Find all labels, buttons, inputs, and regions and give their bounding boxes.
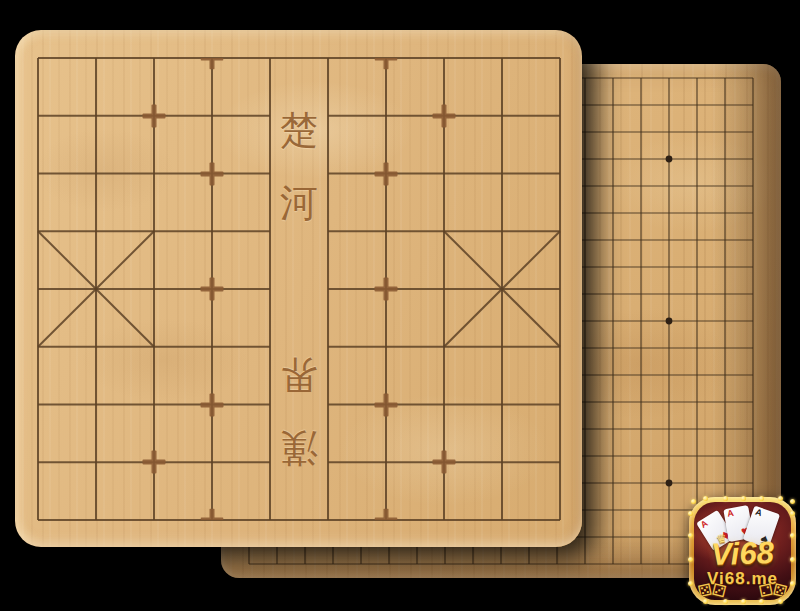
bulb-light-icon [790, 581, 795, 586]
river-char-jie: 界 [280, 356, 318, 394]
bulb-light-icon [691, 499, 696, 504]
point-marker [433, 104, 456, 127]
point-marker [201, 162, 224, 185]
bulb-light-icon [703, 496, 708, 501]
point-marker [201, 278, 224, 301]
dice-icon-right: ⚁⚄ [759, 583, 787, 599]
star-point [666, 156, 673, 163]
point-marker [201, 393, 224, 416]
point-marker [375, 278, 398, 301]
card-rank: A [726, 509, 734, 519]
point-marker [143, 451, 166, 474]
bulb-light-icon [790, 533, 795, 538]
product-photo: 楚 河 界 漢 A ♦ A ♥ A ♠ ♛ Vi68 [0, 0, 800, 611]
point-marker [375, 162, 398, 185]
bulb-light-icon [790, 511, 795, 516]
river-char-chu: 楚 [280, 111, 318, 149]
vi68-logo-background: A ♦ A ♥ A ♠ ♛ Vi68 Vi68.me ⚄⚂ ⚁⚄ [694, 502, 791, 600]
river-char-he: 河 [280, 184, 318, 222]
point-marker [375, 393, 398, 416]
bulb-light-icon [790, 557, 795, 562]
bulb-light-icon [759, 496, 764, 501]
bulb-light-icon [790, 499, 795, 504]
vi68-logo[interactable]: A ♦ A ♥ A ♠ ♛ Vi68 Vi68.me ⚄⚂ ⚁⚄ [689, 497, 796, 605]
bulb-light-icon [741, 496, 746, 501]
die-face-icon: ⚂ [710, 582, 727, 600]
bulb-light-icon [759, 599, 764, 604]
bulb-light-icon [688, 581, 693, 586]
bulb-light-icon [688, 511, 693, 516]
bulb-light-icon [703, 599, 708, 604]
card-rank: A [754, 508, 763, 519]
point-marker [433, 451, 456, 474]
die-face-icon: ⚄ [771, 582, 788, 600]
bulb-light-icon [741, 599, 746, 604]
bulb-light-icon [688, 557, 693, 562]
star-point [666, 318, 673, 325]
bulb-light-icon [688, 533, 693, 538]
bulb-light-icon [778, 599, 783, 604]
xiangqi-board: 楚 河 界 漢 [15, 30, 582, 547]
point-marker [143, 104, 166, 127]
star-point [666, 480, 673, 487]
card-rank: A [699, 519, 709, 530]
bulb-light-icon [778, 496, 783, 501]
bulb-light-icon [723, 496, 728, 501]
dice-icon-left: ⚄⚂ [698, 583, 726, 599]
logo-title: Vi68 [694, 536, 791, 570]
river-char-han: 漢 [280, 429, 318, 467]
bulb-light-icon [723, 599, 728, 604]
